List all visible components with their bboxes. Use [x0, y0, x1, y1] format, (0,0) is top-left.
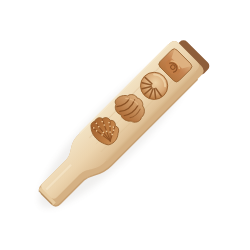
mooncake-mold-photo: [0, 0, 250, 250]
product-image: [0, 0, 250, 250]
